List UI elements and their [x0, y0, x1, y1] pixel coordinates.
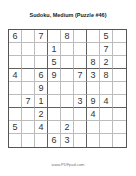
cell-r3c9 — [113, 56, 126, 69]
cell-r7c9 — [113, 108, 126, 121]
cell-r8c2 — [22, 121, 35, 134]
cell-r4c6: 7 — [74, 69, 87, 82]
cell-r1c3: 7 — [35, 30, 48, 43]
cell-r8c7 — [87, 121, 100, 134]
cell-r8c4 — [48, 121, 61, 134]
cell-r1c6 — [74, 30, 87, 43]
cell-r2c8: 7 — [100, 43, 113, 56]
cell-r7c7: 4 — [87, 108, 100, 121]
cell-r9c6 — [74, 134, 87, 147]
cell-r5c7 — [87, 82, 100, 95]
cell-r4c8: 8 — [100, 69, 113, 82]
cell-r7c3: 2 — [35, 108, 48, 121]
cell-r7c6 — [74, 108, 87, 121]
cell-r2c1 — [9, 43, 22, 56]
cell-r6c1 — [9, 95, 22, 108]
cell-r9c5: 3 — [61, 134, 74, 147]
cell-r6c3: 1 — [35, 95, 48, 108]
cell-r9c3 — [35, 134, 48, 147]
cell-r5c1 — [9, 82, 22, 95]
cell-r8c6 — [74, 121, 87, 134]
cell-r3c6 — [74, 56, 87, 69]
cell-r9c2 — [22, 134, 35, 147]
cell-r5c4 — [48, 82, 61, 95]
cell-r4c3: 6 — [35, 69, 48, 82]
cell-r3c1 — [9, 56, 22, 69]
cell-r2c6 — [74, 43, 87, 56]
sudoku-board: 6785175824697389713942454263 — [8, 29, 127, 148]
sudoku-sheet: Sudoku, Medium (Puzzle #46) 678517582469… — [0, 0, 136, 176]
cell-r6c4 — [48, 95, 61, 108]
cell-r1c8: 5 — [100, 30, 113, 43]
cell-r3c5 — [61, 56, 74, 69]
cell-r8c3: 4 — [35, 121, 48, 134]
cell-r7c4 — [48, 108, 61, 121]
cell-r3c3 — [35, 56, 48, 69]
cell-r7c8 — [100, 108, 113, 121]
cell-r6c8: 4 — [100, 95, 113, 108]
cell-r8c5: 2 — [61, 121, 74, 134]
cell-r7c2 — [22, 108, 35, 121]
page-title: Sudoku, Medium (Puzzle #46) — [0, 12, 136, 19]
cell-r6c6: 3 — [74, 95, 87, 108]
cell-r1c5: 8 — [61, 30, 74, 43]
cell-r5c6 — [74, 82, 87, 95]
cell-r9c1 — [9, 134, 22, 147]
cell-r2c5 — [61, 43, 74, 56]
cell-r7c5 — [61, 108, 74, 121]
cell-r2c9 — [113, 43, 126, 56]
cell-r4c7: 3 — [87, 69, 100, 82]
cell-r2c4: 1 — [48, 43, 61, 56]
cell-r9c7 — [87, 134, 100, 147]
cell-r8c8 — [100, 121, 113, 134]
cell-r8c9 — [113, 121, 126, 134]
cell-r9c8 — [100, 134, 113, 147]
cell-r3c8: 2 — [100, 56, 113, 69]
cell-r6c7: 9 — [87, 95, 100, 108]
cell-r1c7 — [87, 30, 100, 43]
footer-url: www.PDFpad.com — [0, 162, 136, 167]
cell-r2c2 — [22, 43, 35, 56]
cell-r6c2: 7 — [22, 95, 35, 108]
cell-r6c5 — [61, 95, 74, 108]
cell-r6c9 — [113, 95, 126, 108]
cell-r4c5 — [61, 69, 74, 82]
cell-r1c4 — [48, 30, 61, 43]
cell-r5c9 — [113, 82, 126, 95]
cell-r2c7 — [87, 43, 100, 56]
cell-r4c9 — [113, 69, 126, 82]
cell-r1c2 — [22, 30, 35, 43]
cell-r4c2 — [22, 69, 35, 82]
cell-r5c2 — [22, 82, 35, 95]
cell-r5c3: 9 — [35, 82, 48, 95]
cell-r4c4: 9 — [48, 69, 61, 82]
cell-r5c5 — [61, 82, 74, 95]
cell-r2c3 — [35, 43, 48, 56]
cell-r9c4: 6 — [48, 134, 61, 147]
cell-r3c4: 5 — [48, 56, 61, 69]
cell-r3c2 — [22, 56, 35, 69]
cell-r5c8 — [100, 82, 113, 95]
cell-r9c9 — [113, 134, 126, 147]
cell-r7c1 — [9, 108, 22, 121]
cell-r8c1: 5 — [9, 121, 22, 134]
cell-r1c9 — [113, 30, 126, 43]
cell-r1c1: 6 — [9, 30, 22, 43]
cell-r3c7: 8 — [87, 56, 100, 69]
cell-r4c1: 4 — [9, 69, 22, 82]
